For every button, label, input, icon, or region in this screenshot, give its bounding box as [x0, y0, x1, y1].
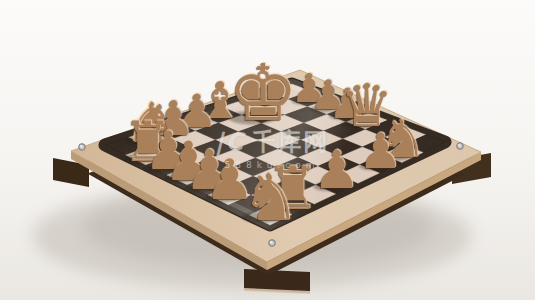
piece-shadow-h6	[359, 162, 388, 170]
corner-screw-1	[457, 143, 464, 150]
piece-shadow-e8	[341, 119, 376, 129]
piece-shadow-h2	[266, 202, 302, 212]
piece-shadow-a2	[126, 136, 160, 145]
corner-screw-highlight-2	[270, 241, 272, 243]
piece-shadow-d1	[165, 174, 197, 183]
piece-shadow-a5	[198, 113, 228, 122]
piece-shadow-f1	[205, 193, 239, 203]
piece-shadow-h4	[313, 182, 345, 191]
piece-shadow-a3	[153, 129, 182, 137]
corner-screw-2	[269, 240, 276, 247]
chess-render-scene: ♟♟♟♝♚♛♟♟♞♞♜♟♟♟♟♟♟♜♞ |C千库网 588ku.com	[0, 0, 535, 300]
piece-shadow-a4	[177, 121, 205, 129]
corner-screw-highlight-0	[80, 145, 82, 147]
piece-shadow-d8	[329, 113, 354, 120]
piece-shadow-c8	[310, 105, 334, 112]
piece-shadow-b6	[228, 111, 275, 124]
piece-shadow-b1	[123, 154, 156, 163]
corner-screw-highlight-1	[458, 144, 460, 146]
piece-shadow-c1	[145, 164, 177, 173]
piece-shadow-e1	[185, 183, 218, 192]
piece-shadow-h7	[379, 152, 411, 161]
piece-shadow-h1	[242, 212, 281, 223]
piece-shadow-b8	[292, 98, 316, 105]
chess-board	[0, 0, 535, 300]
corner-screw-0	[79, 144, 86, 151]
